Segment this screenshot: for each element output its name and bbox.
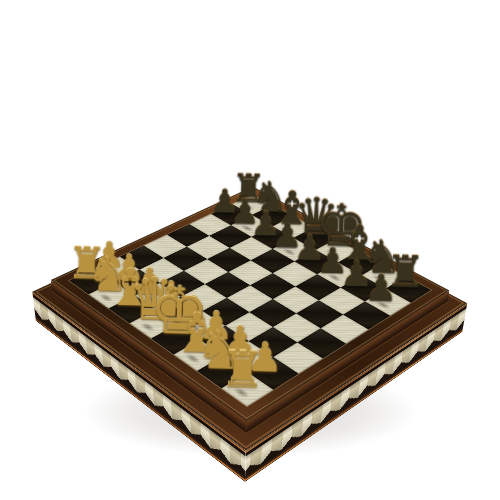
chess-set: ♜♞♝♛♚♝♞♜♟♟♟♟♟♟♟♟♟♟♟♟♟♟♟♟♜♞♝♛♚♝♞♜ [10, 11, 492, 493]
chess-board: ♜♞♝♛♚♝♞♜♟♟♟♟♟♟♟♟♟♟♟♟♟♟♟♟♜♞♝♛♚♝♞♜ [51, 187, 450, 422]
piece-black-pawn-h7[interactable]: ♟ [364, 269, 398, 306]
product-photo: ♜♞♝♛♚♝♞♜♟♟♟♟♟♟♟♟♟♟♟♟♟♟♟♟♜♞♝♛♚♝♞♜ [0, 0, 500, 500]
board-frame: ♜♞♝♛♚♝♞♜♟♟♟♟♟♟♟♟♟♟♟♟♟♟♟♟♜♞♝♛♚♝♞♜ [51, 187, 450, 422]
piece-white-rook-h1[interactable]: ♜ [219, 344, 257, 395]
